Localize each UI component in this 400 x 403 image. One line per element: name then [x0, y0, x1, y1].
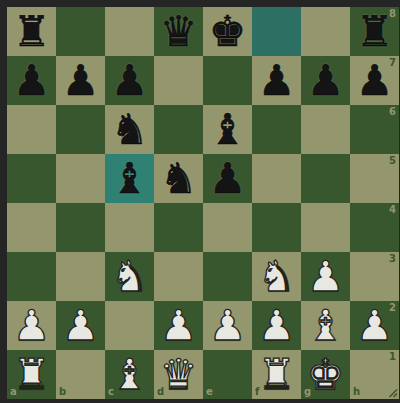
square-b4[interactable] [56, 203, 105, 252]
white-queen-d1[interactable]: ♛ [154, 350, 203, 399]
square-c5[interactable]: ♝ [105, 154, 154, 203]
square-e4[interactable] [203, 203, 252, 252]
rank-label-3: 3 [389, 254, 396, 264]
rank-label-4: 4 [389, 205, 396, 215]
rank-label-6: 6 [389, 107, 396, 117]
square-c3[interactable]: ♞ [105, 252, 154, 301]
square-h5[interactable]: 5 [350, 154, 399, 203]
black-knight-c6[interactable]: ♞ [105, 105, 154, 154]
square-h6[interactable]: 6 [350, 105, 399, 154]
white-pawn-h2[interactable]: ♟ [350, 301, 399, 350]
black-queen-d8[interactable]: ♛ [154, 7, 203, 56]
square-c1[interactable]: c♝ [105, 350, 154, 399]
square-f1[interactable]: f♜ [252, 350, 301, 399]
square-a8[interactable]: ♜ [7, 7, 56, 56]
white-pawn-f2[interactable]: ♟ [252, 301, 301, 350]
square-g7[interactable]: ♟ [301, 56, 350, 105]
chess-board-frame: ♜♛♚8♜♟♟♟♟♟7♟♞♝6♝♞♟54♞♞♟3♟♟♟♟♟♝2♟a♜bc♝d♛e… [0, 0, 400, 403]
black-knight-d5[interactable]: ♞ [154, 154, 203, 203]
square-g1[interactable]: g♚ [301, 350, 350, 399]
square-d2[interactable]: ♟ [154, 301, 203, 350]
square-d6[interactable] [154, 105, 203, 154]
square-a2[interactable]: ♟ [7, 301, 56, 350]
black-pawn-g7[interactable]: ♟ [301, 56, 350, 105]
white-pawn-a2[interactable]: ♟ [7, 301, 56, 350]
square-d5[interactable]: ♞ [154, 154, 203, 203]
white-knight-c3[interactable]: ♞ [105, 252, 154, 301]
rank-label-1: 1 [389, 352, 396, 362]
white-pawn-d2[interactable]: ♟ [154, 301, 203, 350]
black-pawn-c7[interactable]: ♟ [105, 56, 154, 105]
black-rook-h8[interactable]: ♜ [350, 7, 399, 56]
square-h2[interactable]: 2♟ [350, 301, 399, 350]
white-pawn-g3[interactable]: ♟ [301, 252, 350, 301]
square-c6[interactable]: ♞ [105, 105, 154, 154]
square-a1[interactable]: a♜ [7, 350, 56, 399]
square-b8[interactable] [56, 7, 105, 56]
square-e8[interactable]: ♚ [203, 7, 252, 56]
square-e6[interactable]: ♝ [203, 105, 252, 154]
white-knight-f3[interactable]: ♞ [252, 252, 301, 301]
square-g8[interactable] [301, 7, 350, 56]
square-f3[interactable]: ♞ [252, 252, 301, 301]
square-a6[interactable] [7, 105, 56, 154]
square-d1[interactable]: d♛ [154, 350, 203, 399]
black-king-e8[interactable]: ♚ [203, 7, 252, 56]
square-a4[interactable] [7, 203, 56, 252]
rank-label-5: 5 [389, 156, 396, 166]
board-resize-handle-icon[interactable] [387, 387, 398, 398]
square-g4[interactable] [301, 203, 350, 252]
white-bishop-c1[interactable]: ♝ [105, 350, 154, 399]
square-g5[interactable] [301, 154, 350, 203]
square-d4[interactable] [154, 203, 203, 252]
file-label-b: b [59, 387, 66, 397]
file-label-e: e [206, 387, 213, 397]
square-h7[interactable]: 7♟ [350, 56, 399, 105]
file-label-h: h [353, 387, 360, 397]
square-h8[interactable]: 8♜ [350, 7, 399, 56]
square-g6[interactable] [301, 105, 350, 154]
square-c4[interactable] [105, 203, 154, 252]
square-f2[interactable]: ♟ [252, 301, 301, 350]
square-a7[interactable]: ♟ [7, 56, 56, 105]
white-pawn-b2[interactable]: ♟ [56, 301, 105, 350]
black-pawn-b7[interactable]: ♟ [56, 56, 105, 105]
square-b7[interactable]: ♟ [56, 56, 105, 105]
square-d8[interactable]: ♛ [154, 7, 203, 56]
square-d3[interactable] [154, 252, 203, 301]
white-king-g1[interactable]: ♚ [301, 350, 350, 399]
square-e7[interactable] [203, 56, 252, 105]
square-e1[interactable]: e [203, 350, 252, 399]
square-a5[interactable] [7, 154, 56, 203]
square-f5[interactable] [252, 154, 301, 203]
square-e5[interactable]: ♟ [203, 154, 252, 203]
white-pawn-e2[interactable]: ♟ [203, 301, 252, 350]
square-a3[interactable] [7, 252, 56, 301]
square-e3[interactable] [203, 252, 252, 301]
square-b3[interactable] [56, 252, 105, 301]
square-c2[interactable] [105, 301, 154, 350]
square-c7[interactable]: ♟ [105, 56, 154, 105]
square-e2[interactable]: ♟ [203, 301, 252, 350]
black-pawn-a7[interactable]: ♟ [7, 56, 56, 105]
square-d7[interactable] [154, 56, 203, 105]
square-h3[interactable]: 3 [350, 252, 399, 301]
black-rook-a8[interactable]: ♜ [7, 7, 56, 56]
square-f8[interactable] [252, 7, 301, 56]
black-pawn-h7[interactable]: ♟ [350, 56, 399, 105]
square-c8[interactable] [105, 7, 154, 56]
chess-board: ♜♛♚8♜♟♟♟♟♟7♟♞♝6♝♞♟54♞♞♟3♟♟♟♟♟♝2♟a♜bc♝d♛e… [7, 7, 399, 399]
black-bishop-c5[interactable]: ♝ [105, 154, 154, 203]
square-f6[interactable] [252, 105, 301, 154]
square-b5[interactable] [56, 154, 105, 203]
square-b6[interactable] [56, 105, 105, 154]
square-g2[interactable]: ♝ [301, 301, 350, 350]
white-bishop-g2[interactable]: ♝ [301, 301, 350, 350]
white-rook-a1[interactable]: ♜ [7, 350, 56, 399]
square-f7[interactable]: ♟ [252, 56, 301, 105]
square-g3[interactable]: ♟ [301, 252, 350, 301]
white-rook-f1[interactable]: ♜ [252, 350, 301, 399]
black-bishop-e6[interactable]: ♝ [203, 105, 252, 154]
square-f4[interactable] [252, 203, 301, 252]
square-h4[interactable]: 4 [350, 203, 399, 252]
square-b2[interactable]: ♟ [56, 301, 105, 350]
black-pawn-f7[interactable]: ♟ [252, 56, 301, 105]
black-pawn-e5[interactable]: ♟ [203, 154, 252, 203]
square-b1[interactable]: b [56, 350, 105, 399]
